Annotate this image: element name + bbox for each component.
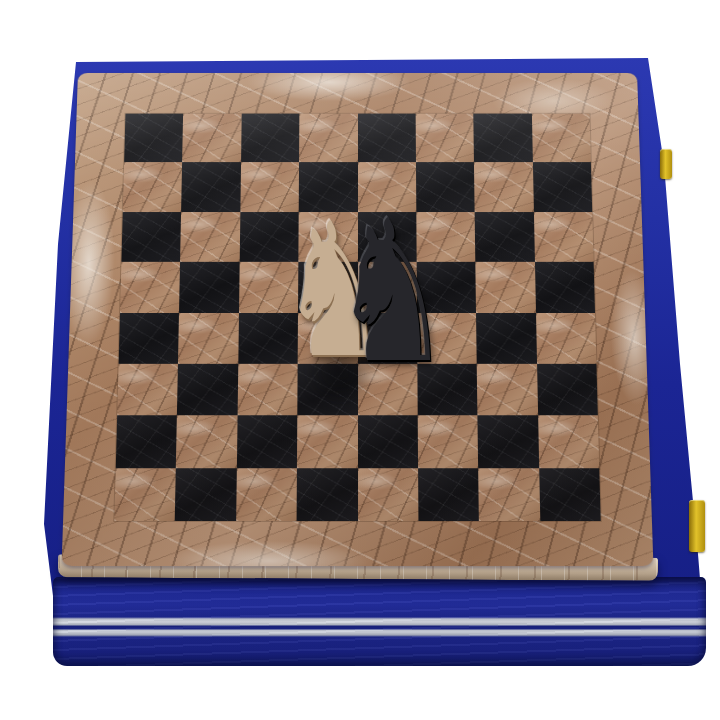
square-d1: [297, 468, 358, 521]
square-e1: [358, 468, 419, 521]
square-c1: [236, 468, 297, 521]
square-f2: [418, 416, 479, 468]
square-c8: [241, 114, 300, 163]
square-g7: [474, 162, 533, 211]
product-photo: { "game": "chess", "board": { "files": 8…: [0, 0, 720, 720]
case-hinge-icon: [660, 149, 672, 179]
square-b5: [179, 262, 239, 313]
scene: ♞ ♞: [0, 0, 720, 720]
square-h2: [538, 416, 600, 468]
square-h3: [537, 364, 598, 416]
square-g5: [476, 262, 536, 313]
square-g2: [478, 416, 539, 468]
square-g8: [474, 114, 533, 163]
square-a8: [124, 114, 183, 163]
square-a7: [123, 162, 183, 211]
square-a2: [116, 416, 178, 468]
square-h5: [535, 262, 595, 313]
square-h8: [532, 114, 591, 163]
square-c2: [237, 416, 298, 468]
square-a1: [114, 468, 176, 521]
black-knight-e4: ♞: [332, 194, 451, 390]
square-a3: [117, 364, 178, 416]
square-b3: [177, 364, 238, 416]
velvet-case-front: [53, 577, 706, 666]
square-g3: [477, 364, 538, 416]
square-d2: [297, 416, 357, 468]
square-h4: [536, 313, 597, 364]
square-b4: [178, 313, 238, 364]
square-f1: [418, 468, 479, 521]
square-h6: [534, 212, 594, 262]
square-g4: [476, 313, 536, 364]
square-b1: [175, 468, 237, 521]
square-h1: [539, 468, 601, 521]
square-a5: [120, 262, 180, 313]
case-hinge-icon: [689, 500, 705, 552]
square-b7: [181, 162, 240, 211]
square-f8: [416, 114, 475, 163]
square-g1: [478, 468, 540, 521]
square-b6: [180, 212, 240, 262]
square-g6: [475, 212, 535, 262]
square-e2: [358, 416, 418, 468]
square-a4: [119, 313, 180, 364]
square-a6: [121, 212, 181, 262]
square-h7: [533, 162, 593, 211]
square-b8: [182, 114, 241, 163]
square-e8: [358, 114, 416, 163]
square-d8: [299, 114, 357, 163]
square-b2: [176, 416, 237, 468]
